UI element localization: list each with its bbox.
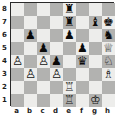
square-f5[interactable]: ♟ <box>76 42 89 55</box>
file-label-b: b <box>23 107 36 117</box>
piece-black-queen-f4: ♛ <box>77 55 88 68</box>
piece-black-pawn-b6: ♟ <box>25 29 36 42</box>
piece-black-pawn-f5: ♟ <box>77 42 88 55</box>
square-a2[interactable] <box>11 81 24 94</box>
piece-white-pawn-a4: ♙ <box>12 55 23 68</box>
piece-black-pawn-c5: ♟ <box>38 42 49 55</box>
rank-label-1: 1 <box>0 93 9 106</box>
square-d7[interactable] <box>50 16 63 29</box>
piece-white-pawn-b3: ♙ <box>25 68 36 81</box>
chess-board: ♜♜♝♚♟♟♞♟♟♕♙♙♟♛♘♙♙♗♖♖♔ <box>10 2 114 106</box>
square-g3[interactable] <box>89 68 102 81</box>
rank-label-2: 2 <box>0 80 9 93</box>
square-h3[interactable]: ♗ <box>102 68 115 81</box>
square-c7[interactable] <box>37 16 50 29</box>
square-a6[interactable] <box>11 29 24 42</box>
square-h4[interactable]: ♘ <box>102 55 115 68</box>
square-a5[interactable] <box>11 42 24 55</box>
file-label-a: a <box>10 107 23 117</box>
square-e5[interactable] <box>63 42 76 55</box>
square-f1[interactable] <box>76 94 89 107</box>
rank-label-6: 6 <box>0 28 9 41</box>
square-b2[interactable] <box>24 81 37 94</box>
square-h8[interactable] <box>102 3 115 16</box>
square-b1[interactable] <box>24 94 37 107</box>
square-e6[interactable]: ♟ <box>63 29 76 42</box>
piece-white-rook-e2: ♖ <box>64 81 75 94</box>
square-e7[interactable]: ♜ <box>63 16 76 29</box>
file-label-e: e <box>62 107 75 117</box>
piece-black-king-h7: ♚ <box>103 16 114 29</box>
square-c8[interactable] <box>37 3 50 16</box>
square-h1[interactable] <box>102 94 115 107</box>
piece-black-rook-e8: ♜ <box>64 3 75 16</box>
piece-white-king-g1: ♔ <box>90 94 101 107</box>
piece-white-bishop-h3: ♗ <box>103 68 114 81</box>
square-c4[interactable]: ♙ <box>37 55 50 68</box>
square-c5[interactable]: ♟ <box>37 42 50 55</box>
square-h7[interactable]: ♚ <box>102 16 115 29</box>
square-d4[interactable]: ♟ <box>50 55 63 68</box>
square-f4[interactable]: ♛ <box>76 55 89 68</box>
square-a3[interactable] <box>11 68 24 81</box>
piece-white-pawn-c4: ♙ <box>38 55 49 68</box>
square-a8[interactable] <box>11 3 24 16</box>
square-c1[interactable] <box>37 94 50 107</box>
square-b4[interactable] <box>24 55 37 68</box>
square-b7[interactable] <box>24 16 37 29</box>
square-d8[interactable] <box>50 3 63 16</box>
square-d1[interactable] <box>50 94 63 107</box>
piece-black-rook-e7: ♜ <box>64 16 75 29</box>
square-f3[interactable] <box>76 68 89 81</box>
square-e8[interactable]: ♜ <box>63 3 76 16</box>
square-g5[interactable] <box>89 42 102 55</box>
square-e4[interactable] <box>63 55 76 68</box>
rank-label-4: 4 <box>0 54 9 67</box>
rank-labels: 87654321 <box>0 2 9 106</box>
square-g2[interactable] <box>89 81 102 94</box>
square-a1[interactable] <box>11 94 24 107</box>
file-label-c: c <box>36 107 49 117</box>
square-c3[interactable] <box>37 68 50 81</box>
square-b6[interactable]: ♟ <box>24 29 37 42</box>
square-b5[interactable] <box>24 42 37 55</box>
rank-label-5: 5 <box>0 41 9 54</box>
piece-white-pawn-d3: ♙ <box>51 68 62 81</box>
square-g6[interactable] <box>89 29 102 42</box>
square-d5[interactable] <box>50 42 63 55</box>
file-label-h: h <box>101 107 114 117</box>
chess-diagram: 87654321 ♜♜♝♚♟♟♞♟♟♕♙♙♟♛♘♙♙♗♖♖♔ abcdefgh <box>0 0 118 118</box>
piece-white-queen-h5: ♕ <box>103 42 114 55</box>
square-e2[interactable]: ♖ <box>63 81 76 94</box>
piece-black-knight-h6: ♞ <box>103 29 114 42</box>
file-label-d: d <box>49 107 62 117</box>
piece-white-rook-e1: ♖ <box>64 94 75 107</box>
file-label-f: f <box>75 107 88 117</box>
piece-black-pawn-d4: ♟ <box>51 55 62 68</box>
square-g4[interactable] <box>89 55 102 68</box>
square-d6[interactable] <box>50 29 63 42</box>
square-a7[interactable] <box>11 16 24 29</box>
square-g7[interactable]: ♝ <box>89 16 102 29</box>
square-h6[interactable]: ♞ <box>102 29 115 42</box>
square-a4[interactable]: ♙ <box>11 55 24 68</box>
piece-black-pawn-e6: ♟ <box>64 29 75 42</box>
square-h2[interactable] <box>102 81 115 94</box>
square-b8[interactable] <box>24 3 37 16</box>
square-e1[interactable]: ♖ <box>63 94 76 107</box>
square-f2[interactable] <box>76 81 89 94</box>
piece-black-bishop-g7: ♝ <box>90 16 101 29</box>
rank-label-7: 7 <box>0 15 9 28</box>
square-f7[interactable] <box>76 16 89 29</box>
rank-label-8: 8 <box>0 2 9 15</box>
square-d2[interactable] <box>50 81 63 94</box>
square-e3[interactable] <box>63 68 76 81</box>
file-labels: abcdefgh <box>10 107 114 117</box>
file-label-g: g <box>88 107 101 117</box>
square-f8[interactable] <box>76 3 89 16</box>
square-g8[interactable] <box>89 3 102 16</box>
square-c6[interactable] <box>37 29 50 42</box>
piece-white-knight-h4: ♘ <box>103 55 114 68</box>
square-f6[interactable] <box>76 29 89 42</box>
square-h5[interactable]: ♕ <box>102 42 115 55</box>
square-b3[interactable]: ♙ <box>24 68 37 81</box>
square-c2[interactable] <box>37 81 50 94</box>
rank-label-3: 3 <box>0 67 9 80</box>
square-d3[interactable]: ♙ <box>50 68 63 81</box>
square-g1[interactable]: ♔ <box>89 94 102 107</box>
